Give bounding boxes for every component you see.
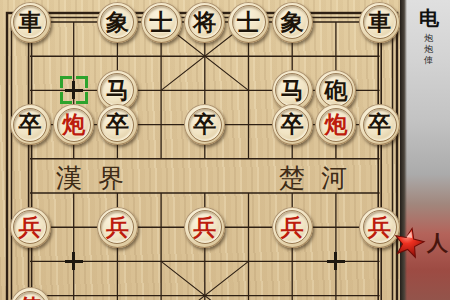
piece-glyph: 兵 [106, 215, 129, 238]
piece-glyph: 士 [237, 10, 260, 33]
piece-red-pawn-1[interactable]: 兵 [10, 207, 51, 248]
piece-black-pawn-2[interactable]: 卒 [97, 104, 138, 145]
piece-black-chariot-left[interactable]: 車 [10, 2, 51, 43]
piece-black-elephant-right[interactable]: 象 [272, 2, 313, 43]
human-player-label: 人 [427, 229, 448, 257]
move-entry: 炮 [424, 33, 433, 44]
piece-glyph: 兵 [368, 215, 391, 238]
point-marker [327, 252, 345, 270]
point-marker [65, 252, 83, 270]
xiangqi-game-window: { "game": "xiangqi", "position": { "fen"… [0, 0, 450, 300]
piece-glyph: 士 [150, 10, 173, 33]
piece-glyph: 马 [106, 78, 129, 101]
piece-glyph: 马 [281, 78, 304, 101]
piece-red-pawn-4[interactable]: 兵 [272, 207, 313, 248]
piece-red-cannon-left[interactable]: 炮 [53, 104, 94, 145]
piece-black-advisor-left[interactable]: 士 [141, 2, 182, 43]
piece-glyph: 兵 [281, 215, 304, 238]
move-entry: 俥 [424, 55, 433, 66]
board-surface[interactable]: 漢界 楚河 車象士将士象車马马砲卒炮卒卒卒炮卒兵兵兵兵兵俥 [0, 0, 402, 300]
computer-player-label: 电 [419, 5, 439, 32]
piece-glyph: 車 [19, 10, 42, 33]
piece-glyph: 象 [106, 10, 129, 33]
piece-glyph: 炮 [62, 112, 85, 135]
turn-star-icon [392, 226, 426, 260]
piece-red-pawn-2[interactable]: 兵 [97, 207, 138, 248]
piece-glyph: 卒 [106, 112, 129, 135]
piece-glyph: 兵 [193, 215, 216, 238]
piece-glyph: 象 [281, 10, 304, 33]
piece-glyph: 卒 [281, 112, 304, 135]
piece-glyph: 卒 [19, 112, 42, 135]
piece-black-advisor-right[interactable]: 士 [228, 2, 269, 43]
piece-glyph: 砲 [324, 78, 347, 101]
piece-black-chariot-right[interactable]: 車 [359, 2, 400, 43]
selection-cursor [60, 76, 88, 104]
piece-black-pawn-4[interactable]: 卒 [272, 104, 313, 145]
piece-glyph: 車 [368, 10, 391, 33]
piece-black-pawn-1[interactable]: 卒 [10, 104, 51, 145]
piece-black-pawn-5[interactable]: 卒 [359, 104, 400, 145]
piece-glyph: 卒 [193, 112, 216, 135]
piece-red-pawn-3[interactable]: 兵 [184, 207, 225, 248]
piece-black-elephant-left[interactable]: 象 [97, 2, 138, 43]
piece-glyph: 炮 [324, 112, 347, 135]
river-label-hanjie: 漢界 [56, 161, 140, 196]
piece-glyph: 将 [193, 10, 216, 33]
piece-glyph: 俥 [19, 295, 42, 300]
move-list: 炮 炮 俥 [424, 33, 433, 66]
piece-black-general[interactable]: 将 [184, 2, 225, 43]
river-label-chuhe: 楚河 [279, 161, 363, 196]
piece-glyph: 兵 [19, 215, 42, 238]
move-entry: 炮 [424, 44, 433, 55]
piece-glyph: 卒 [368, 112, 391, 135]
